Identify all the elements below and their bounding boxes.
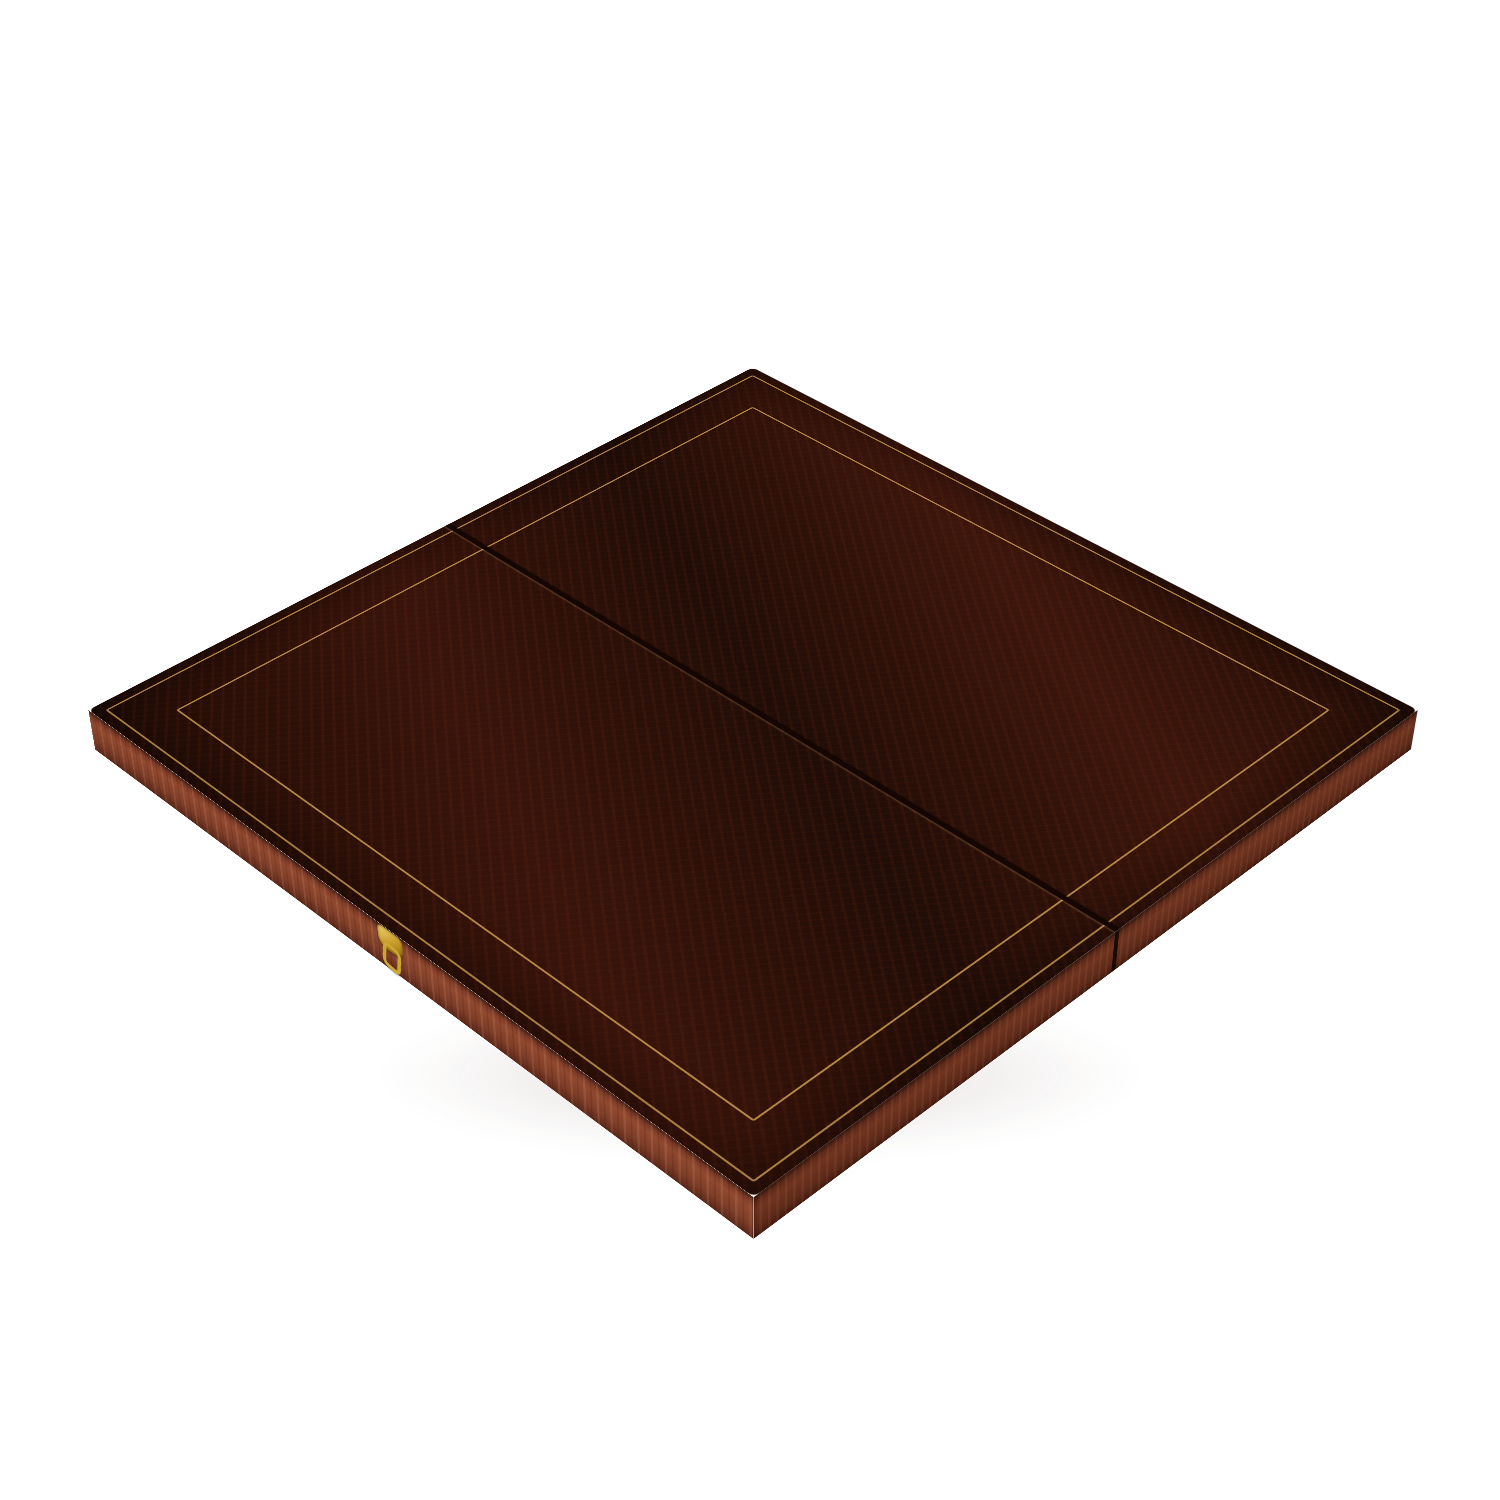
fold-seam-side (1111, 929, 1119, 973)
scene (0, 0, 1500, 1500)
board-3d (88, 368, 1417, 1198)
board-top (88, 368, 1417, 1198)
board-grid (187, 412, 1318, 1112)
product-photo-stage (0, 0, 1500, 1500)
